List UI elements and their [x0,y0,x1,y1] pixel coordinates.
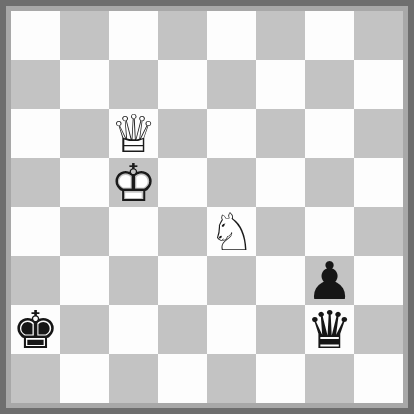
black-king[interactable]: ♚ [11,305,60,354]
square-e4[interactable]: ♞♘ [207,207,256,256]
square-d8[interactable] [158,11,207,60]
square-h3[interactable] [354,256,403,305]
square-c2[interactable] [109,305,158,354]
square-c8[interactable] [109,11,158,60]
square-f3[interactable] [256,256,305,305]
square-g8[interactable] [305,11,354,60]
square-h6[interactable] [354,109,403,158]
square-b2[interactable] [60,305,109,354]
square-h5[interactable] [354,158,403,207]
knight-outline-glyph: ♘ [207,207,256,256]
square-f2[interactable] [256,305,305,354]
square-e2[interactable] [207,305,256,354]
square-b8[interactable] [60,11,109,60]
white-queen[interactable]: ♛♕ [109,109,158,158]
square-h4[interactable] [354,207,403,256]
square-f6[interactable] [256,109,305,158]
square-c4[interactable] [109,207,158,256]
square-h7[interactable] [354,60,403,109]
square-a8[interactable] [11,11,60,60]
square-b5[interactable] [60,158,109,207]
square-f4[interactable] [256,207,305,256]
square-b6[interactable] [60,109,109,158]
square-e7[interactable] [207,60,256,109]
square-g4[interactable] [305,207,354,256]
square-b4[interactable] [60,207,109,256]
square-c7[interactable] [109,60,158,109]
white-king[interactable]: ♚♔ [109,158,158,207]
square-d2[interactable] [158,305,207,354]
square-g1[interactable] [305,354,354,403]
square-c5[interactable]: ♚♔ [109,158,158,207]
square-c3[interactable] [109,256,158,305]
square-h1[interactable] [354,354,403,403]
square-a1[interactable] [11,354,60,403]
square-d7[interactable] [158,60,207,109]
square-e1[interactable] [207,354,256,403]
square-a6[interactable] [11,109,60,158]
square-d6[interactable] [158,109,207,158]
square-c6[interactable]: ♛♕ [109,109,158,158]
square-e8[interactable] [207,11,256,60]
square-h8[interactable] [354,11,403,60]
square-e5[interactable] [207,158,256,207]
board-frame-inner: ♛♕♚♔♞♘♟♚♛ [6,6,408,408]
king-glyph: ♚ [11,305,60,354]
square-g3[interactable]: ♟ [305,256,354,305]
queen-outline-glyph: ♕ [109,109,158,158]
square-c1[interactable] [109,354,158,403]
square-e3[interactable] [207,256,256,305]
square-g7[interactable] [305,60,354,109]
square-d3[interactable] [158,256,207,305]
black-pawn[interactable]: ♟ [305,256,354,305]
square-g6[interactable] [305,109,354,158]
square-a3[interactable] [11,256,60,305]
square-g2[interactable]: ♛ [305,305,354,354]
pawn-glyph: ♟ [305,256,354,305]
square-a7[interactable] [11,60,60,109]
queen-glyph: ♛ [305,305,354,354]
square-f7[interactable] [256,60,305,109]
square-b3[interactable] [60,256,109,305]
black-queen[interactable]: ♛ [305,305,354,354]
square-d1[interactable] [158,354,207,403]
square-e6[interactable] [207,109,256,158]
king-outline-glyph: ♔ [109,158,158,207]
square-b7[interactable] [60,60,109,109]
square-a4[interactable] [11,207,60,256]
board-frame-outer: ♛♕♚♔♞♘♟♚♛ [0,0,414,414]
square-d5[interactable] [158,158,207,207]
square-f8[interactable] [256,11,305,60]
square-a5[interactable] [11,158,60,207]
square-b1[interactable] [60,354,109,403]
white-knight[interactable]: ♞♘ [207,207,256,256]
square-g5[interactable] [305,158,354,207]
square-f1[interactable] [256,354,305,403]
square-a2[interactable]: ♚ [11,305,60,354]
square-h2[interactable] [354,305,403,354]
chess-board: ♛♕♚♔♞♘♟♚♛ [11,11,403,403]
square-d4[interactable] [158,207,207,256]
square-f5[interactable] [256,158,305,207]
